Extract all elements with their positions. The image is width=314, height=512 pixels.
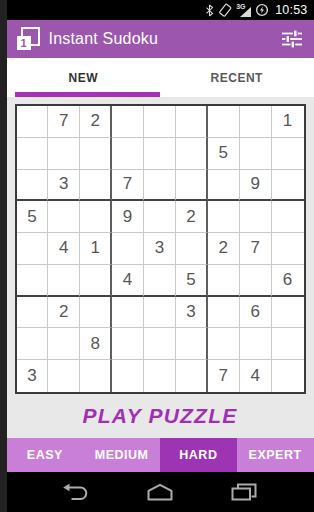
cell-r9c5 [144,360,176,392]
cell-r1c6 [176,106,208,138]
status-bar: 3G 10:53 [7,0,314,20]
cell-r3c8: 9 [240,170,272,202]
play-button-area: PLAY PUZZLE [7,394,314,438]
difficulty-expert-button[interactable]: EXPERT [237,438,314,472]
cell-r1c2: 7 [48,106,80,138]
cell-r2c6 [176,138,208,170]
cell-r3c2: 3 [48,170,80,202]
cell-r6c2 [48,265,80,297]
tab-recent[interactable]: RECENT [160,58,314,97]
cell-r2c5 [144,138,176,170]
tab-label: NEW [69,71,99,85]
cell-r8c1 [17,328,49,360]
cell-r4c6: 2 [176,201,208,233]
cell-r3c3 [80,170,112,202]
cell-r7c5 [144,297,176,329]
difficulty-hard-button[interactable]: HARD [160,438,237,472]
cell-r7c8: 6 [240,297,272,329]
page-title: Instant Sudoku [49,30,279,48]
cell-r4c4: 9 [112,201,144,233]
battery-charging-icon [255,3,269,17]
cell-r4c1: 5 [17,201,49,233]
app-logo-icon: 1 [16,27,40,51]
cell-r6c6: 5 [176,265,208,297]
cell-r3c9 [272,170,304,202]
app-window: 3G 10:53 1 Instant Sudoku [7,0,314,512]
status-clock: 10:53 [275,3,307,17]
cell-r4c5 [144,201,176,233]
cell-r8c8 [240,328,272,360]
tab-new[interactable]: NEW [7,58,161,97]
cell-r8c5 [144,328,176,360]
cell-r4c3 [80,201,112,233]
cell-r9c3 [80,360,112,392]
cell-r8c7 [208,328,240,360]
cell-r2c2 [48,138,80,170]
cell-r7c2: 2 [48,297,80,329]
cell-r8c9 [272,328,304,360]
cell-r6c4: 4 [112,265,144,297]
cell-r9c2 [48,360,80,392]
cell-r9c9 [272,360,304,392]
difficulty-bar: EASYMEDIUMHARDEXPERT [7,438,314,472]
cell-r8c4 [112,328,144,360]
tab-bar: NEWRECENT [7,58,314,97]
cell-r2c9 [272,138,304,170]
cell-r5c3: 1 [80,233,112,265]
cell-r6c3 [80,265,112,297]
cell-r7c1 [17,297,49,329]
home-button[interactable] [137,479,183,505]
cell-r7c4 [112,297,144,329]
cell-r9c1: 3 [17,360,49,392]
cell-r7c3 [80,297,112,329]
cell-r1c5 [144,106,176,138]
cell-r4c2 [48,201,80,233]
difficulty-easy-button[interactable]: EASY [7,438,84,472]
cell-r6c1 [17,265,49,297]
vibrate-icon [218,3,232,17]
cell-r1c3: 2 [80,106,112,138]
cell-r1c8 [240,106,272,138]
cell-r5c2: 4 [48,233,80,265]
cell-r2c4 [112,138,144,170]
cell-r6c9: 6 [272,265,304,297]
cell-r8c2 [48,328,80,360]
cell-r3c1 [17,170,49,202]
cell-r3c7 [208,170,240,202]
bluetooth-icon [205,4,214,17]
cell-r9c4 [112,360,144,392]
cell-r8c6 [176,328,208,360]
navigation-bar [7,472,314,512]
cell-r4c8 [240,201,272,233]
cell-r5c9 [272,233,304,265]
tab-label: RECENT [211,71,263,85]
cell-r5c1 [17,233,49,265]
cell-r2c8 [240,138,272,170]
cell-r5c4 [112,233,144,265]
cell-r2c3 [80,138,112,170]
cell-r3c5 [144,170,176,202]
cell-r2c7: 5 [208,138,240,170]
cell-r4c9 [272,201,304,233]
cell-r8c3: 8 [80,328,112,360]
cell-r7c9 [272,297,304,329]
cell-r5c5: 3 [144,233,176,265]
cell-r4c7 [208,201,240,233]
back-button[interactable] [53,479,99,505]
cell-r5c8: 7 [240,233,272,265]
cell-r6c8 [240,265,272,297]
cell-r7c6: 3 [176,297,208,329]
cell-r9c7: 7 [208,360,240,392]
content-area: 7215379592413274562368374 PLAY PUZZLE [7,97,314,438]
difficulty-medium-button[interactable]: MEDIUM [83,438,160,472]
tune-icon[interactable] [279,26,305,52]
cell-r1c1 [17,106,49,138]
cell-r1c9: 1 [272,106,304,138]
cell-r3c4: 7 [112,170,144,202]
cell-r1c4 [112,106,144,138]
cell-r5c7: 2 [208,233,240,265]
cell-r9c8: 4 [240,360,272,392]
logo-badge: 1 [17,36,31,50]
cell-r6c7 [208,265,240,297]
signal-3g-icon: 3G [236,4,251,17]
cell-r5c6 [176,233,208,265]
cell-r1c7 [208,106,240,138]
cell-r2c1 [17,138,49,170]
recents-button[interactable] [221,479,267,505]
cell-r6c5 [144,265,176,297]
sudoku-grid[interactable]: 7215379592413274562368374 [15,104,306,394]
app-bar: 1 Instant Sudoku [7,20,314,58]
cell-r7c7 [208,297,240,329]
cell-r9c6 [176,360,208,392]
cell-r3c6 [176,170,208,202]
play-puzzle-button[interactable]: PLAY PUZZLE [83,404,238,428]
